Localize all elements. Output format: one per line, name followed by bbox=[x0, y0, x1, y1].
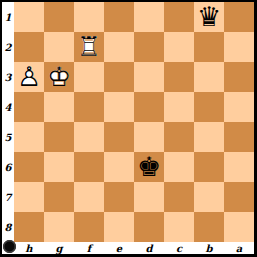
square-h6[interactable] bbox=[14, 152, 44, 182]
square-f7[interactable] bbox=[74, 182, 104, 212]
chess-diagram: ♛♜♖♟♙♚♔♚ 12345678 hgfedcba bbox=[0, 0, 257, 257]
square-a7[interactable] bbox=[224, 182, 254, 212]
rank-label-5: 5 bbox=[2, 122, 14, 152]
square-h4[interactable] bbox=[14, 92, 44, 122]
black-to-move-indicator bbox=[3, 240, 16, 253]
file-label-h: h bbox=[14, 242, 44, 254]
square-c1[interactable] bbox=[164, 2, 194, 32]
piece-fill: ♛ bbox=[194, 2, 224, 32]
file-label-g: g bbox=[44, 242, 74, 254]
square-c5[interactable] bbox=[164, 122, 194, 152]
square-d4[interactable] bbox=[134, 92, 164, 122]
black-queen[interactable]: ♛ bbox=[194, 2, 224, 32]
square-b5[interactable] bbox=[194, 122, 224, 152]
square-d3[interactable] bbox=[134, 62, 164, 92]
file-label-e: e bbox=[104, 242, 134, 254]
square-c7[interactable] bbox=[164, 182, 194, 212]
square-e3[interactable] bbox=[104, 62, 134, 92]
rank-label-3: 3 bbox=[2, 62, 14, 92]
white-king[interactable]: ♚♔ bbox=[44, 62, 74, 92]
square-g2[interactable] bbox=[44, 32, 74, 62]
square-g8[interactable] bbox=[44, 212, 74, 242]
square-h7[interactable] bbox=[14, 182, 44, 212]
square-f2[interactable]: ♜♖ bbox=[74, 32, 104, 62]
piece-outline: ♙ bbox=[14, 62, 44, 92]
square-f3[interactable] bbox=[74, 62, 104, 92]
square-g4[interactable] bbox=[44, 92, 74, 122]
square-a2[interactable] bbox=[224, 32, 254, 62]
square-d8[interactable] bbox=[134, 212, 164, 242]
white-pawn[interactable]: ♟♙ bbox=[14, 62, 44, 92]
black-king[interactable]: ♚ bbox=[134, 152, 164, 182]
square-d5[interactable] bbox=[134, 122, 164, 152]
square-f8[interactable] bbox=[74, 212, 104, 242]
chess-board: ♛♜♖♟♙♚♔♚ bbox=[14, 2, 254, 242]
file-label-c: c bbox=[164, 242, 194, 254]
square-g5[interactable] bbox=[44, 122, 74, 152]
square-a8[interactable] bbox=[224, 212, 254, 242]
square-g3[interactable]: ♚♔ bbox=[44, 62, 74, 92]
square-h5[interactable] bbox=[14, 122, 44, 152]
square-e8[interactable] bbox=[104, 212, 134, 242]
piece-fill: ♚ bbox=[134, 152, 164, 182]
rank-label-7: 7 bbox=[2, 182, 14, 212]
piece-outline: ♖ bbox=[74, 32, 104, 62]
square-f5[interactable] bbox=[74, 122, 104, 152]
square-b6[interactable] bbox=[194, 152, 224, 182]
square-b3[interactable] bbox=[194, 62, 224, 92]
rank-label-2: 2 bbox=[2, 32, 14, 62]
rank-label-1: 1 bbox=[2, 2, 14, 32]
square-g6[interactable] bbox=[44, 152, 74, 182]
square-d6[interactable]: ♚ bbox=[134, 152, 164, 182]
file-label-d: d bbox=[134, 242, 164, 254]
rank-label-4: 4 bbox=[2, 92, 14, 122]
square-e5[interactable] bbox=[104, 122, 134, 152]
white-rook[interactable]: ♜♖ bbox=[74, 32, 104, 62]
square-e6[interactable] bbox=[104, 152, 134, 182]
square-e1[interactable] bbox=[104, 2, 134, 32]
square-a3[interactable] bbox=[224, 62, 254, 92]
square-a1[interactable] bbox=[224, 2, 254, 32]
square-h1[interactable] bbox=[14, 2, 44, 32]
square-g1[interactable] bbox=[44, 2, 74, 32]
square-c3[interactable] bbox=[164, 62, 194, 92]
square-g7[interactable] bbox=[44, 182, 74, 212]
square-f4[interactable] bbox=[74, 92, 104, 122]
square-a5[interactable] bbox=[224, 122, 254, 152]
square-b7[interactable] bbox=[194, 182, 224, 212]
square-c2[interactable] bbox=[164, 32, 194, 62]
square-c6[interactable] bbox=[164, 152, 194, 182]
square-a4[interactable] bbox=[224, 92, 254, 122]
square-e4[interactable] bbox=[104, 92, 134, 122]
square-b2[interactable] bbox=[194, 32, 224, 62]
square-b8[interactable] bbox=[194, 212, 224, 242]
square-b4[interactable] bbox=[194, 92, 224, 122]
file-label-a: a bbox=[224, 242, 254, 254]
square-b1[interactable]: ♛ bbox=[194, 2, 224, 32]
square-e2[interactable] bbox=[104, 32, 134, 62]
file-label-b: b bbox=[194, 242, 224, 254]
square-e7[interactable] bbox=[104, 182, 134, 212]
piece-outline: ♔ bbox=[44, 62, 74, 92]
square-d7[interactable] bbox=[134, 182, 164, 212]
square-f6[interactable] bbox=[74, 152, 104, 182]
square-h3[interactable]: ♟♙ bbox=[14, 62, 44, 92]
square-c8[interactable] bbox=[164, 212, 194, 242]
square-c4[interactable] bbox=[164, 92, 194, 122]
square-a6[interactable] bbox=[224, 152, 254, 182]
square-f1[interactable] bbox=[74, 2, 104, 32]
square-d1[interactable] bbox=[134, 2, 164, 32]
square-d2[interactable] bbox=[134, 32, 164, 62]
rank-label-8: 8 bbox=[2, 212, 14, 242]
rank-label-6: 6 bbox=[2, 152, 14, 182]
file-label-f: f bbox=[74, 242, 104, 254]
square-h8[interactable] bbox=[14, 212, 44, 242]
square-h2[interactable] bbox=[14, 32, 44, 62]
